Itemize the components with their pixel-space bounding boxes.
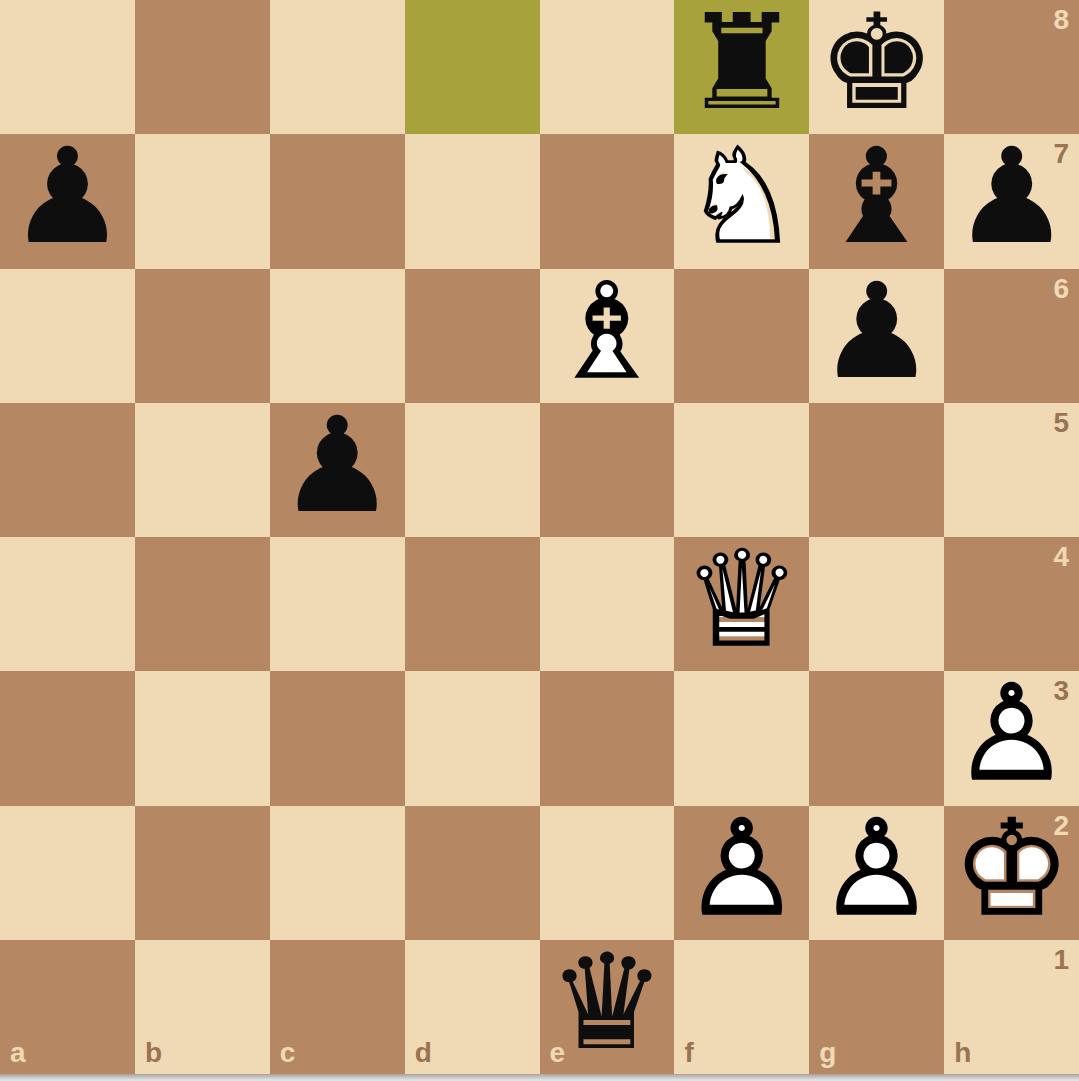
black-piece-fill: ♟ [818, 264, 936, 396]
square-f7[interactable]: ♞♘ [674, 134, 809, 268]
coord-file-a: a [10, 1039, 26, 1067]
square-c1[interactable]: c [270, 940, 405, 1074]
square-d7[interactable] [405, 134, 540, 268]
square-g4[interactable] [809, 537, 944, 671]
square-c7[interactable] [270, 134, 405, 268]
white-king[interactable]: ♚♔ [944, 806, 1079, 940]
square-e2[interactable] [540, 806, 675, 940]
black-queen[interactable]: ♛ [540, 940, 675, 1074]
square-a7[interactable]: ♟ [0, 134, 135, 268]
coord-file-d: d [415, 1039, 432, 1067]
square-d1[interactable]: d [405, 940, 540, 1074]
white-piece-outline: ♙ [683, 801, 801, 933]
square-a6[interactable] [0, 269, 135, 403]
square-g8[interactable]: ♚ [809, 0, 944, 134]
square-h1[interactable]: 1h [944, 940, 1079, 1074]
square-d6[interactable] [405, 269, 540, 403]
square-g2[interactable]: ♟♙ [809, 806, 944, 940]
black-piece-fill: ♟ [952, 130, 1070, 262]
white-knight[interactable]: ♞♘ [674, 134, 809, 268]
square-e7[interactable] [540, 134, 675, 268]
black-piece-fill: ♛ [548, 936, 666, 1068]
black-pawn[interactable]: ♟ [0, 134, 135, 268]
square-f4[interactable]: ♛♕ [674, 537, 809, 671]
black-piece-fill: ♟ [8, 130, 126, 262]
square-a5[interactable] [0, 403, 135, 537]
chess-board: ♜♚8♟♞♘♝7♟♝♗♟6♟5♛♕43♟♙♟♙♟♙2♚♔abcde♛fg1h [0, 0, 1079, 1074]
white-piece-outline: ♙ [818, 801, 936, 933]
square-f1[interactable]: f [674, 940, 809, 1074]
square-d4[interactable] [405, 537, 540, 671]
coord-file-b: b [145, 1039, 162, 1067]
black-bishop[interactable]: ♝ [809, 134, 944, 268]
square-b3[interactable] [135, 671, 270, 805]
square-g1[interactable]: g [809, 940, 944, 1074]
square-h3[interactable]: 3♟♙ [944, 671, 1079, 805]
square-f6[interactable] [674, 269, 809, 403]
square-c8[interactable] [270, 0, 405, 134]
square-d5[interactable] [405, 403, 540, 537]
square-c6[interactable] [270, 269, 405, 403]
white-piece-outline: ♕ [683, 533, 801, 665]
black-pawn[interactable]: ♟ [944, 134, 1079, 268]
square-b8[interactable] [135, 0, 270, 134]
square-d8[interactable] [405, 0, 540, 134]
square-b4[interactable] [135, 537, 270, 671]
square-c2[interactable] [270, 806, 405, 940]
black-piece-fill: ♟ [278, 399, 396, 531]
white-piece-outline: ♘ [683, 130, 801, 262]
square-h2[interactable]: 2♚♔ [944, 806, 1079, 940]
coord-rank-5: 5 [1053, 409, 1069, 437]
square-c3[interactable] [270, 671, 405, 805]
coord-rank-8: 8 [1053, 6, 1069, 34]
black-piece-fill: ♚ [818, 0, 936, 128]
square-e8[interactable] [540, 0, 675, 134]
square-d3[interactable] [405, 671, 540, 805]
square-c5[interactable]: ♟ [270, 403, 405, 537]
square-a1[interactable]: a [0, 940, 135, 1074]
square-e6[interactable]: ♝♗ [540, 269, 675, 403]
white-piece-outline: ♗ [548, 264, 666, 396]
white-piece-outline: ♔ [952, 801, 1070, 933]
black-piece-fill: ♜ [683, 0, 801, 128]
square-f2[interactable]: ♟♙ [674, 806, 809, 940]
square-a4[interactable] [0, 537, 135, 671]
coord-file-f: f [684, 1039, 693, 1067]
square-h7[interactable]: 7♟ [944, 134, 1079, 268]
square-e4[interactable] [540, 537, 675, 671]
square-g5[interactable] [809, 403, 944, 537]
square-d2[interactable] [405, 806, 540, 940]
square-e5[interactable] [540, 403, 675, 537]
square-f8[interactable]: ♜ [674, 0, 809, 134]
black-pawn[interactable]: ♟ [809, 269, 944, 403]
square-g6[interactable]: ♟ [809, 269, 944, 403]
square-b6[interactable] [135, 269, 270, 403]
black-pawn[interactable]: ♟ [270, 403, 405, 537]
square-e1[interactable]: e♛ [540, 940, 675, 1074]
black-piece-fill: ♝ [818, 130, 936, 262]
square-a8[interactable] [0, 0, 135, 134]
coord-file-g: g [819, 1039, 836, 1067]
coord-rank-4: 4 [1053, 543, 1069, 571]
white-pawn[interactable]: ♟♙ [674, 806, 809, 940]
square-f5[interactable] [674, 403, 809, 537]
white-piece-outline: ♙ [952, 667, 1070, 799]
coord-file-c: c [280, 1039, 296, 1067]
white-pawn[interactable]: ♟♙ [809, 806, 944, 940]
white-pawn[interactable]: ♟♙ [944, 671, 1079, 805]
square-b1[interactable]: b [135, 940, 270, 1074]
square-g7[interactable]: ♝ [809, 134, 944, 268]
board-bottom-shadow [0, 1074, 1079, 1081]
square-f3[interactable] [674, 671, 809, 805]
square-b7[interactable] [135, 134, 270, 268]
square-g3[interactable] [809, 671, 944, 805]
black-king[interactable]: ♚ [809, 0, 944, 134]
square-e3[interactable] [540, 671, 675, 805]
square-c4[interactable] [270, 537, 405, 671]
white-bishop[interactable]: ♝♗ [540, 269, 675, 403]
coord-rank-6: 6 [1053, 275, 1069, 303]
square-b5[interactable] [135, 403, 270, 537]
coord-file-h: h [954, 1039, 971, 1067]
square-a3[interactable] [0, 671, 135, 805]
square-h4[interactable]: 4 [944, 537, 1079, 671]
square-h5[interactable]: 5 [944, 403, 1079, 537]
white-queen[interactable]: ♛♕ [674, 537, 809, 671]
square-b2[interactable] [135, 806, 270, 940]
square-a2[interactable] [0, 806, 135, 940]
square-h6[interactable]: 6 [944, 269, 1079, 403]
coord-rank-1: 1 [1053, 946, 1069, 974]
black-rook[interactable]: ♜ [674, 0, 809, 134]
square-h8[interactable]: 8 [944, 0, 1079, 134]
chess-board-wrap: ♜♚8♟♞♘♝7♟♝♗♟6♟5♛♕43♟♙♟♙♟♙2♚♔abcde♛fg1h [0, 0, 1079, 1081]
